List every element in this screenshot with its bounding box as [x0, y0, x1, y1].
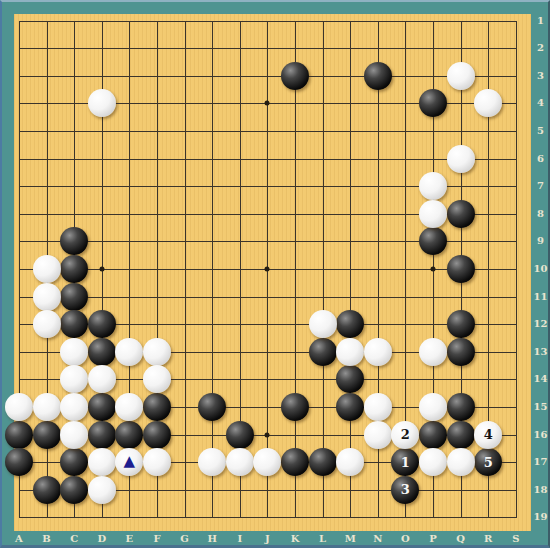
row-label-2: 2	[531, 42, 550, 54]
stone-black-D13[interactable]	[88, 338, 116, 366]
column-label-F: F	[148, 533, 166, 545]
stone-black-A17[interactable]	[5, 448, 33, 476]
stone-white-C16[interactable]	[60, 421, 88, 449]
star-point	[265, 266, 270, 271]
stone-black-B16[interactable]	[33, 421, 61, 449]
move-number: 4	[484, 428, 493, 441]
stone-black-O17[interactable]: 1	[391, 448, 419, 476]
stone-black-E16[interactable]	[115, 421, 143, 449]
stone-black-P4[interactable]	[419, 89, 447, 117]
stone-black-D16[interactable]	[88, 421, 116, 449]
stone-white-N16[interactable]	[364, 421, 392, 449]
stone-black-C12[interactable]	[60, 310, 88, 338]
stone-white-P8[interactable]	[419, 200, 447, 228]
stone-black-M15[interactable]	[336, 393, 364, 421]
stone-black-C10[interactable]	[60, 255, 88, 283]
move-number: 5	[484, 456, 493, 469]
column-label-E: E	[120, 533, 138, 545]
stone-black-Q16[interactable]	[447, 421, 475, 449]
stone-white-P17[interactable]	[419, 448, 447, 476]
row-label-16: 16	[531, 429, 550, 441]
stone-white-H17[interactable]	[198, 448, 226, 476]
row-label-17: 17	[531, 456, 550, 468]
stone-white-P7[interactable]	[419, 172, 447, 200]
stone-black-Q10[interactable]	[447, 255, 475, 283]
grid-line-horizontal	[19, 297, 517, 298]
stone-black-P9[interactable]	[419, 227, 447, 255]
column-label-M: M	[341, 533, 359, 545]
stone-white-M13[interactable]	[336, 338, 364, 366]
row-label-14: 14	[531, 373, 550, 385]
grid-line-vertical	[295, 21, 296, 519]
stone-black-Q8[interactable]	[447, 200, 475, 228]
column-label-I: I	[231, 533, 249, 545]
column-label-P: P	[424, 533, 442, 545]
row-label-10: 10	[531, 263, 550, 275]
column-label-N: N	[369, 533, 387, 545]
column-label-Q: Q	[452, 533, 470, 545]
stone-black-L13[interactable]	[309, 338, 337, 366]
stone-white-M17[interactable]	[336, 448, 364, 476]
star-point	[265, 432, 270, 437]
stone-black-C11[interactable]	[60, 283, 88, 311]
stone-white-B10[interactable]	[33, 255, 61, 283]
stone-white-E17[interactable]: ▲	[115, 448, 143, 476]
grid-line-horizontal	[19, 517, 517, 518]
column-label-D: D	[93, 533, 111, 545]
row-label-12: 12	[531, 318, 550, 330]
row-label-1: 1	[531, 15, 550, 27]
column-label-G: G	[176, 533, 194, 545]
move-number: 3	[401, 483, 410, 496]
column-label-K: K	[286, 533, 304, 545]
move-number: 1	[401, 456, 410, 469]
stone-black-Q12[interactable]	[447, 310, 475, 338]
row-label-4: 4	[531, 97, 550, 109]
column-label-C: C	[65, 533, 83, 545]
stone-black-P16[interactable]	[419, 421, 447, 449]
row-label-19: 19	[531, 511, 550, 523]
stone-black-D12[interactable]	[88, 310, 116, 338]
triangle-marker: ▲	[124, 454, 136, 469]
stone-white-Q3[interactable]	[447, 62, 475, 90]
stone-white-B11[interactable]	[33, 283, 61, 311]
stone-white-E15[interactable]	[115, 393, 143, 421]
stone-white-C14[interactable]	[60, 365, 88, 393]
star-point	[431, 266, 436, 271]
stone-black-H15[interactable]	[198, 393, 226, 421]
stone-black-D15[interactable]	[88, 393, 116, 421]
stone-white-Q17[interactable]	[447, 448, 475, 476]
row-label-3: 3	[531, 70, 550, 82]
stone-black-R17[interactable]: 5	[474, 448, 502, 476]
row-label-11: 11	[531, 291, 550, 303]
stone-white-D4[interactable]	[88, 89, 116, 117]
column-label-R: R	[479, 533, 497, 545]
stone-black-M14[interactable]	[336, 365, 364, 393]
stone-black-A16[interactable]	[5, 421, 33, 449]
stone-white-D14[interactable]	[88, 365, 116, 393]
stone-black-C18[interactable]	[60, 476, 88, 504]
stone-white-C15[interactable]	[60, 393, 88, 421]
stone-white-N13[interactable]	[364, 338, 392, 366]
stone-black-I16[interactable]	[226, 421, 254, 449]
stone-black-F15[interactable]	[143, 393, 171, 421]
stone-black-C17[interactable]	[60, 448, 88, 476]
stone-white-F14[interactable]	[143, 365, 171, 393]
column-label-O: O	[396, 533, 414, 545]
stone-white-J17[interactable]	[253, 448, 281, 476]
stone-black-O18[interactable]: 3	[391, 476, 419, 504]
stone-white-A15[interactable]	[5, 393, 33, 421]
stone-white-C13[interactable]	[60, 338, 88, 366]
column-label-H: H	[203, 533, 221, 545]
stone-white-F13[interactable]	[143, 338, 171, 366]
row-label-18: 18	[531, 484, 550, 496]
column-label-S: S	[507, 533, 525, 545]
stone-black-F16[interactable]	[143, 421, 171, 449]
stone-black-M12[interactable]	[336, 310, 364, 338]
stone-black-Q15[interactable]	[447, 393, 475, 421]
grid-line-vertical	[323, 21, 324, 519]
stone-black-N3[interactable]	[364, 62, 392, 90]
stone-black-K17[interactable]	[281, 448, 309, 476]
stone-white-O16[interactable]: 2	[391, 421, 419, 449]
row-label-15: 15	[531, 401, 550, 413]
stone-white-P13[interactable]	[419, 338, 447, 366]
grid-line-vertical	[350, 21, 351, 519]
stone-white-B12[interactable]	[33, 310, 61, 338]
stone-white-R16[interactable]: 4	[474, 421, 502, 449]
stone-black-C9[interactable]	[60, 227, 88, 255]
stone-black-K3[interactable]	[281, 62, 309, 90]
stone-white-Q6[interactable]	[447, 145, 475, 173]
star-point	[265, 101, 270, 106]
row-label-5: 5	[531, 125, 550, 137]
stone-white-R4[interactable]	[474, 89, 502, 117]
stone-white-B15[interactable]	[33, 393, 61, 421]
column-label-B: B	[38, 533, 56, 545]
stone-white-F17[interactable]	[143, 448, 171, 476]
stone-black-K15[interactable]	[281, 393, 309, 421]
go-diagram: 15324▲12345678910111213141516171819ABCDE…	[0, 0, 550, 548]
stone-black-B18[interactable]	[33, 476, 61, 504]
row-label-6: 6	[531, 153, 550, 165]
move-number: 2	[401, 428, 410, 441]
stone-white-D18[interactable]	[88, 476, 116, 504]
row-label-7: 7	[531, 180, 550, 192]
stone-white-D17[interactable]	[88, 448, 116, 476]
star-point	[99, 266, 104, 271]
stone-white-E13[interactable]	[115, 338, 143, 366]
stone-white-L12[interactable]	[309, 310, 337, 338]
stone-black-Q13[interactable]	[447, 338, 475, 366]
row-label-9: 9	[531, 235, 550, 247]
grid-line-vertical	[516, 21, 517, 519]
column-label-A: A	[10, 533, 28, 545]
row-label-8: 8	[531, 208, 550, 220]
stone-black-L17[interactable]	[309, 448, 337, 476]
column-label-L: L	[314, 533, 332, 545]
stone-white-N15[interactable]	[364, 393, 392, 421]
row-label-13: 13	[531, 346, 550, 358]
stone-white-P15[interactable]	[419, 393, 447, 421]
column-label-J: J	[258, 533, 276, 545]
stone-white-I17[interactable]	[226, 448, 254, 476]
